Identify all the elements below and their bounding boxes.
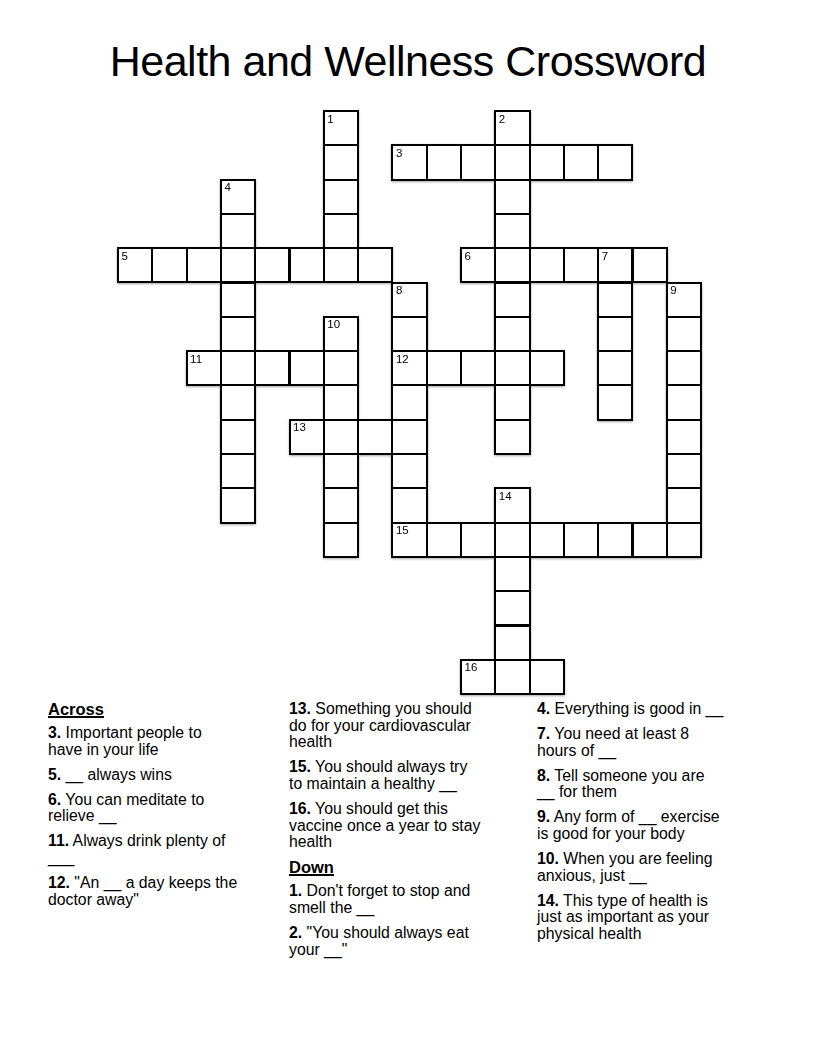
clue-number: 14. <box>537 892 559 909</box>
grid-cell-r12c10 <box>460 522 496 558</box>
grid-cell-r3c3 <box>220 213 256 249</box>
grid-cell-r9c11 <box>494 419 530 455</box>
grid-cell-r1c9 <box>426 144 462 180</box>
grid-cell-r4c0: 5 <box>117 247 153 283</box>
grid-cell-r10c6 <box>323 453 359 489</box>
clue-across-15: 15. You should always try to maintain a … <box>289 759 537 792</box>
cell-number-12: 12 <box>396 353 409 365</box>
grid-cell-r12c11 <box>494 522 530 558</box>
grid-cell-r8c6 <box>323 384 359 420</box>
clues-column-1: Across3. Important people to have in you… <box>48 701 286 917</box>
grid-cell-r7c3 <box>220 350 256 386</box>
grid-cell-r4c2 <box>186 247 222 283</box>
clue-text: Everything is good in __ <box>550 700 723 717</box>
clue-number: 13. <box>289 700 311 717</box>
clue-number: 12. <box>48 874 70 891</box>
grid-cell-r14c11 <box>494 590 530 626</box>
grid-cell-r1c13 <box>563 144 599 180</box>
grid-cell-r2c6 <box>323 179 359 215</box>
grid-cell-r8c11 <box>494 384 530 420</box>
grid-cell-r8c8 <box>391 384 427 420</box>
grid-cell-r4c11 <box>494 247 530 283</box>
clue-text: You need at least 8 hours of __ <box>537 725 689 759</box>
grid-cell-r3c11 <box>494 213 530 249</box>
clue-across-5: 5. __ always wins <box>48 767 286 784</box>
grid-cell-r12c9 <box>426 522 462 558</box>
grid-cell-r12c14 <box>597 522 633 558</box>
grid-cell-r7c9 <box>426 350 462 386</box>
page-title: Health and Wellness Crossword <box>0 38 816 85</box>
across-header: Across <box>48 701 286 718</box>
clue-number: 2. <box>289 924 302 941</box>
grid-cell-r11c3 <box>220 487 256 523</box>
clue-number: 3. <box>48 724 61 741</box>
grid-cell-r7c6 <box>323 350 359 386</box>
clue-down-7: 7. You need at least 8 hours of __ <box>537 726 777 759</box>
grid-cell-r16c11 <box>494 659 530 695</box>
grid-cell-r11c16 <box>666 487 702 523</box>
clue-text: "An __ a day keeps the doctor away" <box>48 874 237 908</box>
grid-cell-r12c6 <box>323 522 359 558</box>
grid-cell-r4c13 <box>563 247 599 283</box>
grid-cell-r16c12 <box>529 659 565 695</box>
clue-across-12: 12. "An __ a day keeps the doctor away" <box>48 875 286 908</box>
clue-text: Any form of __ exercise is good for your… <box>537 808 720 842</box>
clue-text: Don't forget to stop and smell the __ <box>289 882 470 916</box>
grid-cell-r11c11: 14 <box>494 487 530 523</box>
grid-cell-r9c6 <box>323 419 359 455</box>
grid-cell-r6c16 <box>666 316 702 352</box>
grid-cell-r5c11 <box>494 282 530 318</box>
clue-text: __ always wins <box>61 766 172 783</box>
grid-cell-r1c14 <box>597 144 633 180</box>
grid-cell-r7c12 <box>529 350 565 386</box>
cell-number-5: 5 <box>122 250 128 262</box>
grid-cell-r9c7 <box>357 419 393 455</box>
clue-number: 11. <box>48 832 69 849</box>
cell-number-7: 7 <box>602 250 608 262</box>
cell-number-1: 1 <box>327 113 333 125</box>
grid-cell-r5c14 <box>597 282 633 318</box>
grid-cell-r12c8: 15 <box>391 522 427 558</box>
clue-down-10: 10. When you are feeling anxious, just _… <box>537 851 777 884</box>
grid-cell-r9c8 <box>391 419 427 455</box>
grid-cell-r7c4 <box>254 350 290 386</box>
grid-cell-r12c13 <box>563 522 599 558</box>
clue-text: When you are feeling anxious, just __ <box>537 850 713 884</box>
grid-cell-r4c4 <box>254 247 290 283</box>
crossword-grid: 12345678910111213141516 <box>117 110 703 696</box>
grid-cell-r2c11 <box>494 179 530 215</box>
grid-cell-r2c3: 4 <box>220 179 256 215</box>
clue-text: "You should always eat your __" <box>289 924 469 958</box>
cell-number-14: 14 <box>499 490 512 502</box>
grid-cell-r6c8 <box>391 316 427 352</box>
grid-cell-r6c3 <box>220 316 256 352</box>
clues-column-3: 4. Everything is good in __7. You need a… <box>537 701 777 951</box>
grid-cell-r9c16 <box>666 419 702 455</box>
clue-down-14: 14. This type of health is just as impor… <box>537 893 777 943</box>
down-header: Down <box>289 859 537 876</box>
cell-number-6: 6 <box>465 250 471 262</box>
grid-cell-r9c3 <box>220 419 256 455</box>
grid-cell-r11c6 <box>323 487 359 523</box>
grid-cell-r12c12 <box>529 522 565 558</box>
cell-number-15: 15 <box>396 524 409 536</box>
grid-cell-r4c5 <box>289 247 325 283</box>
clue-number: 9. <box>537 808 550 825</box>
grid-cell-r5c8: 8 <box>391 282 427 318</box>
grid-cell-r7c11 <box>494 350 530 386</box>
grid-cell-r8c14 <box>597 384 633 420</box>
clue-text: Important people to have in your life <box>48 724 202 758</box>
grid-cell-r4c12 <box>529 247 565 283</box>
clue-number: 16. <box>289 800 311 817</box>
clue-text: Tell someone you are __ for them <box>537 767 704 801</box>
clue-number: 15. <box>289 758 311 775</box>
grid-cell-r8c16 <box>666 384 702 420</box>
grid-cell-r1c10 <box>460 144 496 180</box>
clue-number: 8. <box>537 767 550 784</box>
clue-across-11: 11. Always drink plenty of ___ <box>48 833 286 866</box>
cell-number-2: 2 <box>499 113 505 125</box>
grid-cell-r10c16 <box>666 453 702 489</box>
grid-cell-r6c14 <box>597 316 633 352</box>
clue-text: You should always try to maintain a heal… <box>289 758 467 792</box>
cell-number-11: 11 <box>190 353 202 365</box>
clue-text: You can meditate to relieve __ <box>48 791 204 825</box>
grid-cell-r0c11: 2 <box>494 110 530 146</box>
cell-number-16: 16 <box>465 661 478 673</box>
clue-number: 1. <box>289 882 302 899</box>
cell-number-8: 8 <box>396 284 402 296</box>
clue-number: 10. <box>537 850 559 867</box>
clue-text: You should get this vaccine once a year … <box>289 800 480 850</box>
clue-across-13: 13. Something you should do for your car… <box>289 701 537 751</box>
grid-cell-r1c12 <box>529 144 565 180</box>
grid-cell-r1c11 <box>494 144 530 180</box>
clues-column-2: 13. Something you should do for your car… <box>289 701 537 967</box>
clue-down-9: 9. Any form of __ exercise is good for y… <box>537 809 777 842</box>
grid-cell-r6c6: 10 <box>323 316 359 352</box>
grid-cell-r4c15 <box>632 247 668 283</box>
grid-cell-r5c3 <box>220 282 256 318</box>
grid-cell-r15c11 <box>494 625 530 661</box>
grid-cell-r8c3 <box>220 384 256 420</box>
cell-number-3: 3 <box>396 147 402 159</box>
grid-cell-r9c5: 13 <box>289 419 325 455</box>
grid-cell-r1c6 <box>323 144 359 180</box>
clue-number: 5. <box>48 766 61 783</box>
clue-down-4: 4. Everything is good in __ <box>537 701 777 718</box>
grid-cell-r11c8 <box>391 487 427 523</box>
cell-number-9: 9 <box>670 284 676 296</box>
grid-cell-r16c10: 16 <box>460 659 496 695</box>
clue-across-16: 16. You should get this vaccine once a y… <box>289 801 537 851</box>
clue-text: Always drink plenty of ___ <box>48 832 225 866</box>
grid-cell-r7c2: 11 <box>186 350 222 386</box>
grid-cell-r4c7 <box>357 247 393 283</box>
cell-number-10: 10 <box>327 318 340 330</box>
grid-cell-r5c16: 9 <box>666 282 702 318</box>
clue-number: 4. <box>537 700 550 717</box>
clue-number: 6. <box>48 791 61 808</box>
clue-across-6: 6. You can meditate to relieve __ <box>48 792 286 825</box>
grid-cell-r10c8 <box>391 453 427 489</box>
grid-cell-r12c15 <box>632 522 668 558</box>
grid-cell-r7c14 <box>597 350 633 386</box>
clue-down-1: 1. Don't forget to stop and smell the __ <box>289 883 537 916</box>
grid-cell-r4c1 <box>151 247 187 283</box>
grid-cell-r4c6 <box>323 247 359 283</box>
grid-cell-r4c14: 7 <box>597 247 633 283</box>
grid-cell-r7c10 <box>460 350 496 386</box>
clue-down-2: 2. "You should always eat your __" <box>289 925 537 958</box>
grid-cell-r7c5 <box>289 350 325 386</box>
worksheet-page: Health and Wellness Crossword 1234567891… <box>0 0 816 1056</box>
grid-cell-r0c6: 1 <box>323 110 359 146</box>
grid-cell-r3c6 <box>323 213 359 249</box>
cell-number-4: 4 <box>224 181 230 193</box>
clue-text: This type of health is just as important… <box>537 892 709 942</box>
clue-text: Something you should do for your cardiov… <box>289 700 472 750</box>
grid-cell-r7c8: 12 <box>391 350 427 386</box>
grid-cell-r10c3 <box>220 453 256 489</box>
clue-down-8: 8. Tell someone you are __ for them <box>537 768 777 801</box>
cell-number-13: 13 <box>293 421 306 433</box>
grid-cell-r6c11 <box>494 316 530 352</box>
grid-cell-r1c8: 3 <box>391 144 427 180</box>
clue-number: 7. <box>537 725 550 742</box>
clue-across-3: 3. Important people to have in your life <box>48 725 286 758</box>
grid-cell-r4c3 <box>220 247 256 283</box>
grid-cell-r7c16 <box>666 350 702 386</box>
grid-cell-r13c11 <box>494 556 530 592</box>
grid-cell-r4c10: 6 <box>460 247 496 283</box>
grid-cell-r12c16 <box>666 522 702 558</box>
